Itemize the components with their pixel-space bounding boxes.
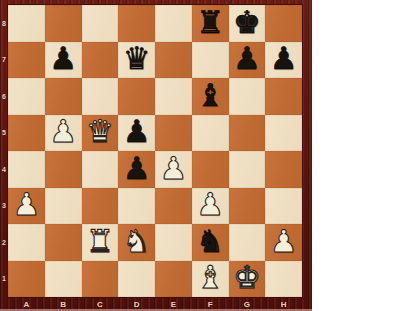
square-a7[interactable] bbox=[8, 42, 45, 79]
square-e6[interactable] bbox=[155, 78, 192, 115]
square-e4[interactable]: ♟ bbox=[155, 151, 192, 188]
square-e2[interactable] bbox=[155, 224, 192, 261]
black-bishop-icon[interactable]: ♝ bbox=[196, 80, 224, 111]
chess-diagram: ♜♚♟♛♟♟♝♟♛♟♟♟♟♟♜♞♞♟♝♚ 87654321 ABCDEFGH bbox=[0, 0, 414, 311]
square-a3[interactable]: ♟ bbox=[8, 188, 45, 225]
file-label-g: G bbox=[229, 297, 266, 311]
file-label-f: F bbox=[192, 297, 229, 311]
square-c7[interactable] bbox=[82, 42, 119, 79]
square-g3[interactable] bbox=[229, 188, 266, 225]
square-d5[interactable]: ♟ bbox=[118, 115, 155, 152]
square-a4[interactable] bbox=[8, 151, 45, 188]
square-g7[interactable]: ♟ bbox=[229, 42, 266, 79]
rank-label-1: 1 bbox=[0, 261, 8, 298]
white-queen-icon[interactable]: ♛ bbox=[86, 116, 114, 147]
square-b2[interactable] bbox=[45, 224, 82, 261]
file-label-d: D bbox=[118, 297, 155, 311]
rank-label-6: 6 bbox=[0, 78, 8, 115]
white-pawn-icon[interactable]: ♟ bbox=[12, 189, 40, 220]
file-label-a: A bbox=[8, 297, 45, 311]
square-g4[interactable] bbox=[229, 151, 266, 188]
square-f4[interactable] bbox=[192, 151, 229, 188]
square-b1[interactable] bbox=[45, 261, 82, 298]
black-pawn-icon[interactable]: ♟ bbox=[233, 43, 261, 74]
black-pawn-icon[interactable]: ♟ bbox=[123, 116, 151, 147]
white-pawn-icon[interactable]: ♟ bbox=[196, 189, 224, 220]
square-c2[interactable]: ♜ bbox=[82, 224, 119, 261]
file-label-b: B bbox=[45, 297, 82, 311]
square-b6[interactable] bbox=[45, 78, 82, 115]
file-labels: ABCDEFGH bbox=[8, 297, 302, 311]
white-pawn-icon[interactable]: ♟ bbox=[270, 226, 298, 257]
square-e3[interactable] bbox=[155, 188, 192, 225]
white-pawn-icon[interactable]: ♟ bbox=[159, 153, 187, 184]
square-c8[interactable] bbox=[82, 5, 119, 42]
square-f7[interactable] bbox=[192, 42, 229, 79]
square-h5[interactable] bbox=[265, 115, 302, 152]
rank-label-2: 2 bbox=[0, 224, 8, 261]
file-label-h: H bbox=[265, 297, 302, 311]
square-b8[interactable] bbox=[45, 5, 82, 42]
square-g8[interactable]: ♚ bbox=[229, 5, 266, 42]
square-c3[interactable] bbox=[82, 188, 119, 225]
square-d8[interactable] bbox=[118, 5, 155, 42]
white-bishop-icon[interactable]: ♝ bbox=[196, 262, 224, 293]
square-e7[interactable] bbox=[155, 42, 192, 79]
square-e1[interactable] bbox=[155, 261, 192, 298]
square-e8[interactable] bbox=[155, 5, 192, 42]
black-pawn-icon[interactable]: ♟ bbox=[49, 43, 77, 74]
square-d3[interactable] bbox=[118, 188, 155, 225]
square-g2[interactable] bbox=[229, 224, 266, 261]
rank-label-3: 3 bbox=[0, 188, 8, 225]
rank-label-7: 7 bbox=[0, 42, 8, 79]
square-f1[interactable]: ♝ bbox=[192, 261, 229, 298]
white-rook-icon[interactable]: ♜ bbox=[86, 226, 114, 257]
square-d4[interactable]: ♟ bbox=[118, 151, 155, 188]
square-h2[interactable]: ♟ bbox=[265, 224, 302, 261]
square-f5[interactable] bbox=[192, 115, 229, 152]
black-knight-icon[interactable]: ♞ bbox=[196, 226, 224, 257]
square-g1[interactable]: ♚ bbox=[229, 261, 266, 298]
square-b7[interactable]: ♟ bbox=[45, 42, 82, 79]
square-c5[interactable]: ♛ bbox=[82, 115, 119, 152]
rank-label-4: 4 bbox=[0, 151, 8, 188]
square-c1[interactable] bbox=[82, 261, 119, 298]
square-g6[interactable] bbox=[229, 78, 266, 115]
square-h4[interactable] bbox=[265, 151, 302, 188]
square-d2[interactable]: ♞ bbox=[118, 224, 155, 261]
square-a2[interactable] bbox=[8, 224, 45, 261]
square-h6[interactable] bbox=[265, 78, 302, 115]
square-d7[interactable]: ♛ bbox=[118, 42, 155, 79]
square-f8[interactable]: ♜ bbox=[192, 5, 229, 42]
black-pawn-icon[interactable]: ♟ bbox=[270, 43, 298, 74]
square-f6[interactable]: ♝ bbox=[192, 78, 229, 115]
black-king-icon[interactable]: ♚ bbox=[233, 7, 261, 38]
board-frame: ♜♚♟♛♟♟♝♟♛♟♟♟♟♟♜♞♞♟♝♚ 87654321 ABCDEFGH bbox=[0, 0, 312, 311]
square-c6[interactable] bbox=[82, 78, 119, 115]
square-d6[interactable] bbox=[118, 78, 155, 115]
square-f3[interactable]: ♟ bbox=[192, 188, 229, 225]
square-b4[interactable] bbox=[45, 151, 82, 188]
square-a1[interactable] bbox=[8, 261, 45, 298]
file-label-c: C bbox=[82, 297, 119, 311]
square-a5[interactable] bbox=[8, 115, 45, 152]
chess-board: ♜♚♟♛♟♟♝♟♛♟♟♟♟♟♜♞♞♟♝♚ bbox=[8, 5, 302, 297]
black-rook-icon[interactable]: ♜ bbox=[196, 7, 224, 38]
square-g5[interactable] bbox=[229, 115, 266, 152]
rank-label-5: 5 bbox=[0, 115, 8, 152]
black-pawn-icon[interactable]: ♟ bbox=[123, 153, 151, 184]
white-king-icon[interactable]: ♚ bbox=[233, 262, 261, 293]
black-queen-icon[interactable]: ♛ bbox=[123, 43, 151, 74]
square-e5[interactable] bbox=[155, 115, 192, 152]
square-a8[interactable] bbox=[8, 5, 45, 42]
file-label-e: E bbox=[155, 297, 192, 311]
square-b5[interactable]: ♟ bbox=[45, 115, 82, 152]
rank-label-8: 8 bbox=[0, 5, 8, 42]
square-h7[interactable]: ♟ bbox=[265, 42, 302, 79]
square-h3[interactable] bbox=[265, 188, 302, 225]
rank-labels: 87654321 bbox=[0, 5, 8, 297]
square-d1[interactable] bbox=[118, 261, 155, 298]
white-knight-icon[interactable]: ♞ bbox=[123, 226, 151, 257]
white-pawn-icon[interactable]: ♟ bbox=[49, 116, 77, 147]
square-c4[interactable] bbox=[82, 151, 119, 188]
square-f2[interactable]: ♞ bbox=[192, 224, 229, 261]
square-a6[interactable] bbox=[8, 78, 45, 115]
square-b3[interactable] bbox=[45, 188, 82, 225]
square-h8[interactable] bbox=[265, 5, 302, 42]
square-h1[interactable] bbox=[265, 261, 302, 298]
